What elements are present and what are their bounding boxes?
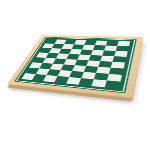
product-photo-scene xyxy=(0,0,150,150)
square xyxy=(105,80,121,88)
